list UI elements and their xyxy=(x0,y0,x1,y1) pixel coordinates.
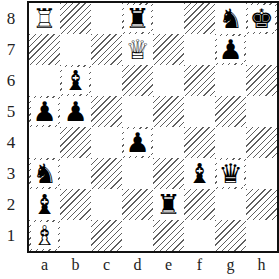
black-knight-g8: ♞ xyxy=(215,3,246,34)
square-f3: ♝ xyxy=(184,158,215,189)
square-e2: ♜ xyxy=(153,189,184,220)
square-d5 xyxy=(122,96,153,127)
square-h7 xyxy=(246,34,277,65)
square-d1 xyxy=(122,220,153,251)
square-c8 xyxy=(91,3,122,34)
square-c6 xyxy=(91,65,122,96)
square-b1 xyxy=(60,220,91,251)
square-a7 xyxy=(29,34,60,65)
square-h6 xyxy=(246,65,277,96)
square-b4 xyxy=(60,127,91,158)
square-h3 xyxy=(246,158,277,189)
square-g2 xyxy=(215,189,246,220)
rank-label-8: 8 xyxy=(1,3,21,34)
rank-label-2: 2 xyxy=(1,189,21,220)
square-g3: ♛ xyxy=(215,158,246,189)
square-h1 xyxy=(246,220,277,251)
square-c4 xyxy=(91,127,122,158)
file-label-d: d xyxy=(122,252,153,277)
black-bishop-f3: ♝ xyxy=(184,158,215,189)
square-a3: ♞ xyxy=(29,158,60,189)
square-a2: ♝ xyxy=(29,189,60,220)
rank-label-4: 4 xyxy=(1,127,21,158)
square-g4 xyxy=(215,127,246,158)
square-f6 xyxy=(184,65,215,96)
rank-label-3: 3 xyxy=(1,158,21,189)
square-g7: ♟ xyxy=(215,34,246,65)
square-c7 xyxy=(91,34,122,65)
file-labels: abcdefgh xyxy=(29,252,277,277)
square-f8 xyxy=(184,3,215,34)
square-b3 xyxy=(60,158,91,189)
square-e5 xyxy=(153,96,184,127)
square-f7 xyxy=(184,34,215,65)
square-g5 xyxy=(215,96,246,127)
square-f2 xyxy=(184,189,215,220)
black-bishop-a2: ♝ xyxy=(29,189,60,220)
square-b6: ♝ xyxy=(60,65,91,96)
square-d2 xyxy=(122,189,153,220)
black-pawn-a5: ♟ xyxy=(29,96,60,127)
rank-label-6: 6 xyxy=(1,65,21,96)
white-queen-d7: ♕ xyxy=(122,34,153,65)
square-e7 xyxy=(153,34,184,65)
black-bishop-b6: ♝ xyxy=(60,65,91,96)
square-e6 xyxy=(153,65,184,96)
square-f5 xyxy=(184,96,215,127)
square-c3 xyxy=(91,158,122,189)
black-rook-d8: ♜ xyxy=(122,3,153,34)
white-rook-a8: ♖ xyxy=(29,3,60,34)
square-a5: ♟ xyxy=(29,96,60,127)
file-label-b: b xyxy=(60,252,91,277)
rank-label-7: 7 xyxy=(1,34,21,65)
file-label-c: c xyxy=(91,252,122,277)
file-label-e: e xyxy=(153,252,184,277)
rank-label-5: 5 xyxy=(1,96,21,127)
square-f1 xyxy=(184,220,215,251)
file-label-h: h xyxy=(246,252,277,277)
square-e3 xyxy=(153,158,184,189)
square-a6 xyxy=(29,65,60,96)
file-label-f: f xyxy=(184,252,215,277)
black-pawn-d4: ♟ xyxy=(122,127,153,158)
square-b8 xyxy=(60,3,91,34)
black-pawn-b5: ♟ xyxy=(60,96,91,127)
white-bishop-a1: ♗ xyxy=(29,220,60,251)
chess-board: ♖♜♞♚♕♟♝♟♟♟♞♝♛♝♜♗ xyxy=(27,1,279,253)
square-d3 xyxy=(122,158,153,189)
square-g6 xyxy=(215,65,246,96)
chess-diagram: 87654321 ♖♜♞♚♕♟♝♟♟♟♞♝♛♝♜♗ abcdefgh xyxy=(0,0,279,279)
file-label-a: a xyxy=(29,252,60,277)
black-queen-g3: ♛ xyxy=(215,158,246,189)
square-c1 xyxy=(91,220,122,251)
square-g1 xyxy=(215,220,246,251)
square-f4 xyxy=(184,127,215,158)
square-e1 xyxy=(153,220,184,251)
square-d8: ♜ xyxy=(122,3,153,34)
square-c2 xyxy=(91,189,122,220)
square-h5 xyxy=(246,96,277,127)
square-a1: ♗ xyxy=(29,220,60,251)
square-a4 xyxy=(29,127,60,158)
square-d6 xyxy=(122,65,153,96)
square-b2 xyxy=(60,189,91,220)
rank-labels: 87654321 xyxy=(1,3,21,251)
black-rook-e2: ♜ xyxy=(153,189,184,220)
square-h4 xyxy=(246,127,277,158)
square-d7: ♕ xyxy=(122,34,153,65)
square-c5 xyxy=(91,96,122,127)
file-label-g: g xyxy=(215,252,246,277)
square-g8: ♞ xyxy=(215,3,246,34)
square-d4: ♟ xyxy=(122,127,153,158)
square-b5: ♟ xyxy=(60,96,91,127)
square-e4 xyxy=(153,127,184,158)
black-knight-a3: ♞ xyxy=(29,158,60,189)
rank-label-1: 1 xyxy=(1,220,21,251)
square-h8: ♚ xyxy=(246,3,277,34)
black-king-h8: ♚ xyxy=(246,3,277,34)
square-b7 xyxy=(60,34,91,65)
square-e8 xyxy=(153,3,184,34)
black-pawn-g7: ♟ xyxy=(215,34,246,65)
square-a8: ♖ xyxy=(29,3,60,34)
square-h2 xyxy=(246,189,277,220)
